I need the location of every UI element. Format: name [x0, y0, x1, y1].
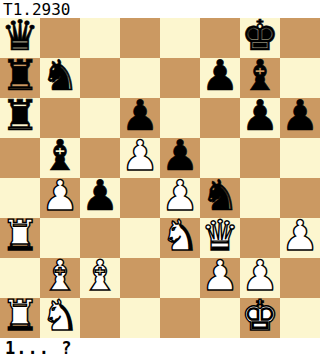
square-d8[interactable] [120, 18, 160, 58]
piece-white-king: ♚ [241, 296, 279, 336]
square-c2[interactable]: ♝ [80, 258, 120, 298]
square-e3[interactable]: ♞ [160, 218, 200, 258]
square-e1[interactable] [160, 298, 200, 338]
square-d1[interactable] [120, 298, 160, 338]
square-g6[interactable]: ♟ [240, 98, 280, 138]
piece-white-rook: ♜ [1, 296, 39, 336]
square-e2[interactable] [160, 258, 200, 298]
move-prompt: 1... ? [5, 338, 72, 358]
piece-black-pawn: ♟ [281, 96, 319, 136]
square-a5[interactable] [0, 138, 40, 178]
square-g1[interactable]: ♚ [240, 298, 280, 338]
square-b1[interactable]: ♞ [40, 298, 80, 338]
square-c8[interactable] [80, 18, 120, 58]
piece-black-rook: ♜ [1, 96, 39, 136]
square-f1[interactable] [200, 298, 240, 338]
square-c4[interactable]: ♟ [80, 178, 120, 218]
piece-white-pawn: ♟ [241, 256, 279, 296]
piece-white-knight: ♞ [41, 296, 79, 336]
square-b7[interactable]: ♞ [40, 58, 80, 98]
piece-white-rook: ♜ [1, 216, 39, 256]
piece-black-bishop: ♝ [241, 56, 279, 96]
square-h3[interactable]: ♟ [280, 218, 320, 258]
square-g5[interactable] [240, 138, 280, 178]
square-e8[interactable] [160, 18, 200, 58]
square-d2[interactable] [120, 258, 160, 298]
piece-black-pawn: ♟ [241, 96, 279, 136]
piece-white-bishop: ♝ [81, 256, 119, 296]
piece-black-pawn: ♟ [121, 96, 159, 136]
square-f7[interactable]: ♟ [200, 58, 240, 98]
piece-white-pawn: ♟ [161, 176, 199, 216]
piece-black-pawn: ♟ [201, 56, 239, 96]
square-h1[interactable] [280, 298, 320, 338]
piece-white-pawn: ♟ [281, 216, 319, 256]
square-d5[interactable]: ♟ [120, 138, 160, 178]
square-h2[interactable] [280, 258, 320, 298]
square-h6[interactable]: ♟ [280, 98, 320, 138]
square-c6[interactable] [80, 98, 120, 138]
square-e7[interactable] [160, 58, 200, 98]
piece-black-pawn: ♟ [161, 136, 199, 176]
square-a3[interactable]: ♜ [0, 218, 40, 258]
square-c7[interactable] [80, 58, 120, 98]
piece-black-king: ♚ [241, 16, 279, 56]
piece-white-pawn: ♟ [121, 136, 159, 176]
piece-black-rook: ♜ [1, 56, 39, 96]
chess-board: ♛♚♜♞♟♝♜♟♟♟♝♟♟♟♟♟♞♜♞♛♟♝♝♟♟♜♞♚ [0, 18, 320, 338]
piece-black-pawn: ♟ [81, 176, 119, 216]
piece-white-knight: ♞ [161, 216, 199, 256]
square-f6[interactable] [200, 98, 240, 138]
chess-puzzle-app: T1.2930 ♛♚♜♞♟♝♜♟♟♟♝♟♟♟♟♟♞♜♞♛♟♝♝♟♟♜♞♚ 1..… [0, 0, 320, 360]
square-g4[interactable] [240, 178, 280, 218]
square-b4[interactable]: ♟ [40, 178, 80, 218]
square-d4[interactable] [120, 178, 160, 218]
square-a6[interactable]: ♜ [0, 98, 40, 138]
square-d3[interactable] [120, 218, 160, 258]
piece-white-bishop: ♝ [41, 256, 79, 296]
square-a1[interactable]: ♜ [0, 298, 40, 338]
piece-black-queen: ♛ [1, 16, 39, 56]
piece-white-pawn: ♟ [41, 176, 79, 216]
square-h8[interactable] [280, 18, 320, 58]
piece-black-bishop: ♝ [41, 136, 79, 176]
piece-white-queen: ♛ [201, 216, 239, 256]
square-c1[interactable] [80, 298, 120, 338]
square-h5[interactable] [280, 138, 320, 178]
piece-black-knight: ♞ [41, 56, 79, 96]
square-f2[interactable]: ♟ [200, 258, 240, 298]
piece-white-pawn: ♟ [201, 256, 239, 296]
piece-black-knight: ♞ [201, 176, 239, 216]
